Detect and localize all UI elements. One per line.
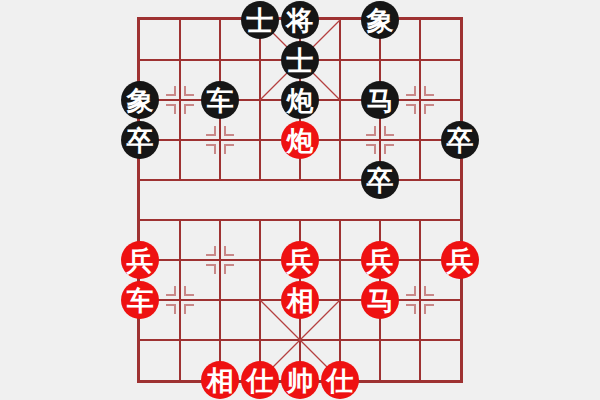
xiangqi-board: 士将象士象车炮马卒炮卒卒兵兵兵兵车相马相仕帅仕 <box>0 0 600 400</box>
position-marker <box>424 304 434 314</box>
position-marker <box>224 126 234 136</box>
position-marker <box>166 286 176 296</box>
red-soldier[interactable]: 兵 <box>361 241 399 279</box>
position-marker <box>406 304 416 314</box>
position-marker <box>166 304 176 314</box>
black-horse[interactable]: 马 <box>361 81 399 119</box>
position-marker <box>184 104 194 114</box>
red-soldier[interactable]: 兵 <box>281 241 319 279</box>
red-chariot[interactable]: 车 <box>121 281 159 319</box>
position-marker <box>184 304 194 314</box>
red-elephant[interactable]: 相 <box>201 361 239 399</box>
red-soldier[interactable]: 兵 <box>121 241 159 279</box>
red-soldier[interactable]: 兵 <box>441 241 479 279</box>
black-advisor[interactable]: 士 <box>241 1 279 39</box>
position-marker <box>424 86 434 96</box>
black-advisor[interactable]: 士 <box>281 41 319 79</box>
position-marker <box>406 104 416 114</box>
red-advisor[interactable]: 仕 <box>321 361 359 399</box>
red-cannon[interactable]: 炮 <box>281 121 319 159</box>
black-cannon[interactable]: 炮 <box>281 81 319 119</box>
position-marker <box>206 246 216 256</box>
position-marker <box>206 264 216 274</box>
position-marker <box>424 104 434 114</box>
position-marker <box>424 286 434 296</box>
position-marker <box>184 86 194 96</box>
black-chariot[interactable]: 车 <box>201 81 239 119</box>
position-marker <box>206 126 216 136</box>
position-marker <box>166 86 176 96</box>
black-elephant[interactable]: 象 <box>121 81 159 119</box>
red-general[interactable]: 帅 <box>281 361 319 399</box>
position-marker <box>384 126 394 136</box>
position-marker <box>366 126 376 136</box>
position-marker <box>406 86 416 96</box>
red-elephant[interactable]: 相 <box>281 281 319 319</box>
black-soldier[interactable]: 卒 <box>361 161 399 199</box>
position-marker <box>406 286 416 296</box>
position-marker <box>366 144 376 154</box>
position-marker <box>224 144 234 154</box>
black-general[interactable]: 将 <box>281 1 319 39</box>
position-marker <box>184 286 194 296</box>
position-marker <box>224 264 234 274</box>
red-horse[interactable]: 马 <box>361 281 399 319</box>
red-advisor[interactable]: 仕 <box>241 361 279 399</box>
position-marker <box>166 104 176 114</box>
black-soldier[interactable]: 卒 <box>121 121 159 159</box>
black-elephant[interactable]: 象 <box>361 1 399 39</box>
position-marker <box>384 144 394 154</box>
black-soldier[interactable]: 卒 <box>441 121 479 159</box>
position-marker <box>206 144 216 154</box>
position-marker <box>224 246 234 256</box>
